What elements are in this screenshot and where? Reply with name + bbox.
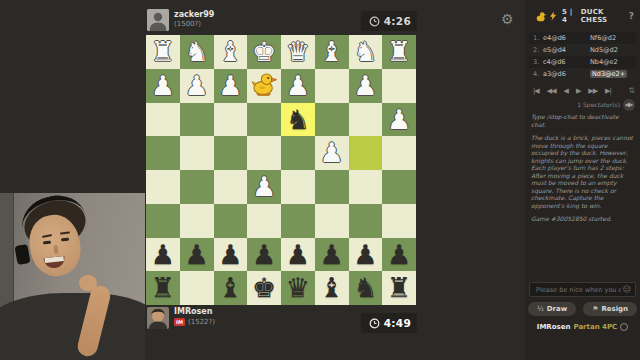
- black-knight: ♞: [286, 103, 310, 137]
- chat-messages: Type /stop-chat to deactivate chat.The d…: [531, 113, 635, 229]
- white-pawn: ♟: [387, 103, 411, 137]
- webcam-feed: [0, 193, 145, 360]
- streamer-hand: [79, 275, 97, 291]
- move-white[interactable]: a3@d6: [543, 70, 590, 78]
- black-pawn: ♟: [320, 238, 344, 272]
- white-bishop: ♝: [320, 35, 344, 69]
- flip-board-icon[interactable]: ⇅: [628, 86, 635, 95]
- move-number: 4.: [533, 70, 543, 78]
- square-b5[interactable]: [349, 170, 383, 204]
- duck-icon: [535, 10, 547, 23]
- bottom-player-clock: 4:49: [361, 313, 417, 333]
- emoji-smiley-icon[interactable]: ☺: [623, 285, 631, 294]
- top-player-clock: 4:26: [361, 11, 417, 31]
- chat-line: The duck is a brick, pieces cannot move …: [531, 134, 635, 209]
- headphones-earcup: [14, 244, 30, 265]
- square-b6[interactable]: [349, 204, 383, 238]
- eye-icon: [623, 99, 635, 111]
- square-h7[interactable]: ♟: [146, 238, 180, 272]
- square-g4[interactable]: [180, 136, 214, 170]
- white-pawn: ♟: [252, 170, 276, 204]
- square-f5[interactable]: [214, 170, 248, 204]
- move-white[interactable]: e5@d4: [543, 46, 590, 54]
- nav-back-button[interactable]: ◀: [564, 87, 568, 95]
- white-king: ♚: [252, 35, 276, 69]
- top-clock-time: 4:26: [384, 15, 411, 27]
- square-d4[interactable]: [281, 136, 315, 170]
- square-e6[interactable]: [247, 204, 281, 238]
- im-title-badge: IM: [174, 318, 185, 326]
- square-b1[interactable]: ♞: [349, 35, 383, 69]
- square-f2[interactable]: ♟: [214, 69, 248, 103]
- square-c3[interactable]: [315, 103, 349, 137]
- square-d1[interactable]: ♛: [281, 35, 315, 69]
- square-f7[interactable]: ♟: [214, 238, 248, 272]
- game-sidebar: 5 | 4 DUCK CHESS ? 1.e4@d6Nf6@d22.e5@d4N…: [525, 0, 640, 360]
- square-g1[interactable]: ♞: [180, 35, 214, 69]
- black-rook: ♜: [151, 271, 175, 305]
- square-g8[interactable]: [180, 271, 214, 305]
- black-pawn: ♟: [286, 238, 310, 272]
- game-actions: ½ Draw ⚑ Resign: [525, 302, 640, 317]
- black-rook: ♜: [387, 271, 411, 305]
- move-row: 4.a3@d6Nd3@e2+: [529, 68, 636, 80]
- move-black[interactable]: Nb4@e2: [590, 58, 618, 66]
- move-row: 3.c4@d6Nb4@e2: [529, 56, 636, 68]
- settings-gear-icon[interactable]: ⚙: [501, 12, 514, 26]
- square-d2[interactable]: ♟: [281, 69, 315, 103]
- square-c8[interactable]: ♝: [315, 271, 349, 305]
- square-h3[interactable]: [146, 103, 180, 137]
- square-e4[interactable]: [247, 136, 281, 170]
- lightning-bolt-icon: [550, 10, 557, 22]
- move-list: 1.e4@d6Nf6@d22.e5@d4Nd5@d23.c4@d6Nb4@e24…: [529, 32, 636, 80]
- chat-line: Type /stop-chat to deactivate chat.: [531, 113, 635, 128]
- resign-button[interactable]: ⚑ Resign: [583, 302, 637, 316]
- square-g6[interactable]: [180, 204, 214, 238]
- draw-button[interactable]: ½ Draw: [528, 302, 576, 316]
- white-pawn: ♟: [218, 69, 242, 103]
- square-g2[interactable]: ♟: [180, 69, 214, 103]
- move-nav: |◀◀◀◀▶▶▶▶|⇅: [533, 84, 635, 97]
- black-pawn: ♟: [151, 238, 175, 272]
- square-b4[interactable]: [349, 136, 383, 170]
- white-knight: ♞: [185, 35, 209, 69]
- white-bishop: ♝: [218, 35, 242, 69]
- square-f4[interactable]: [214, 136, 248, 170]
- square-e3[interactable]: [247, 103, 281, 137]
- top-player-rating: (1500?): [174, 20, 201, 28]
- resign-label: Resign: [601, 305, 628, 313]
- square-e1[interactable]: ♚: [247, 35, 281, 69]
- square-d7[interactable]: ♟: [281, 238, 315, 272]
- square-c5[interactable]: [315, 170, 349, 204]
- square-b8[interactable]: ♞: [349, 271, 383, 305]
- white-pawn: ♟: [286, 69, 310, 103]
- clock-icon: [369, 318, 380, 329]
- square-a2[interactable]: [382, 69, 416, 103]
- black-pawn: ♟: [252, 238, 276, 272]
- square-g7[interactable]: ♟: [180, 238, 214, 272]
- square-g3[interactable]: [180, 103, 214, 137]
- square-f8[interactable]: ♝: [214, 271, 248, 305]
- square-c6[interactable]: [315, 204, 349, 238]
- chat-input-wrap: ☺: [529, 282, 636, 297]
- nav-back-fast-button[interactable]: ◀◀: [547, 87, 556, 95]
- spectators[interactable]: 1 Spectator(s): [577, 98, 635, 111]
- bottom-player-name[interactable]: IMRosen: [174, 307, 212, 316]
- square-b3[interactable]: [349, 103, 383, 137]
- info-circle-icon[interactable]: [620, 323, 628, 331]
- sidebar-footer: IMRosen Partan 4PC: [525, 323, 640, 331]
- square-d3[interactable]: ♞: [281, 103, 315, 137]
- footer-text: Partan 4PC: [573, 323, 617, 331]
- duck-piece: [250, 70, 278, 102]
- black-knight: ♞: [353, 271, 377, 305]
- square-h8[interactable]: ♜: [146, 271, 180, 305]
- move-black[interactable]: Nf6@d2: [590, 34, 616, 42]
- photo-avatar-icon: [147, 307, 169, 329]
- move-black[interactable]: Nd3@e2+: [590, 70, 627, 78]
- square-h6[interactable]: [146, 204, 180, 238]
- square-b2[interactable]: ♟: [349, 69, 383, 103]
- square-h1[interactable]: ♜: [146, 35, 180, 69]
- avatar[interactable]: [147, 307, 169, 329]
- square-f1[interactable]: ♝: [214, 35, 248, 69]
- white-pawn: ♟: [185, 69, 209, 103]
- square-h4[interactable]: [146, 136, 180, 170]
- variant-name: DUCK CHESS: [581, 8, 626, 24]
- square-e8[interactable]: ♚: [247, 271, 281, 305]
- square-h2[interactable]: ♟: [146, 69, 180, 103]
- black-bishop: ♝: [320, 271, 344, 305]
- white-knight: ♞: [353, 35, 377, 69]
- square-e5[interactable]: ♟: [247, 170, 281, 204]
- move-black[interactable]: Nd5@d2: [590, 46, 618, 54]
- draw-half-icon: ½: [537, 305, 544, 313]
- white-pawn: ♟: [151, 69, 175, 103]
- white-rook: ♜: [387, 35, 411, 69]
- square-d5[interactable]: [281, 170, 315, 204]
- black-pawn: ♟: [218, 238, 242, 272]
- clock-icon: [369, 16, 380, 27]
- draw-label: Draw: [547, 305, 567, 313]
- square-a4[interactable]: [382, 136, 416, 170]
- move-number: 3.: [533, 58, 543, 66]
- square-c4[interactable]: ♟: [315, 136, 349, 170]
- move-number: 2.: [533, 46, 543, 54]
- move-white[interactable]: c4@d6: [543, 58, 590, 66]
- avatar[interactable]: [147, 9, 169, 31]
- nav-last-button[interactable]: ▶|: [605, 87, 611, 95]
- square-b7[interactable]: ♟: [349, 238, 383, 272]
- square-f6[interactable]: [214, 204, 248, 238]
- streamer-teeth: [44, 256, 63, 262]
- time-control: 5 | 4: [562, 8, 578, 24]
- square-e7[interactable]: ♟: [247, 238, 281, 272]
- square-a8[interactable]: ♜: [382, 271, 416, 305]
- nav-forward-fast-button[interactable]: ▶▶: [588, 87, 597, 95]
- square-a1[interactable]: ♜: [382, 35, 416, 69]
- square-d6[interactable]: [281, 204, 315, 238]
- move-white[interactable]: e4@d6: [543, 34, 590, 42]
- move-row: 1.e4@d6Nf6@d2: [529, 32, 636, 44]
- white-queen: ♛: [286, 35, 310, 69]
- square-d8[interactable]: ♛: [281, 271, 315, 305]
- square-h5[interactable]: [146, 170, 180, 204]
- square-a3[interactable]: ♟: [382, 103, 416, 137]
- resign-flag-icon: ⚑: [592, 305, 598, 313]
- square-c7[interactable]: ♟: [315, 238, 349, 272]
- help-icon[interactable]: ?: [629, 11, 634, 21]
- default-avatar-icon: [147, 9, 169, 31]
- chess-board: ♜♞♝♚♛♝♞♜♟♟♟♟♟♞♟♟♟♟♟♟♟♟♟♟♟♜♝♚♛♝♞♜: [146, 35, 416, 305]
- move-number: 1.: [533, 34, 543, 42]
- white-pawn: ♟: [320, 136, 344, 170]
- square-a7[interactable]: ♟: [382, 238, 416, 272]
- black-pawn: ♟: [185, 238, 209, 272]
- top-player-name[interactable]: zacker99: [174, 10, 214, 19]
- square-a6[interactable]: [382, 204, 416, 238]
- black-king: ♚: [252, 271, 276, 305]
- white-pawn: ♟: [353, 69, 377, 103]
- white-rook: ♜: [151, 35, 175, 69]
- move-row: 2.e5@d4Nd5@d2: [529, 44, 636, 56]
- black-pawn: ♟: [387, 238, 411, 272]
- chat-input[interactable]: [534, 285, 623, 295]
- black-pawn: ♟: [353, 238, 377, 272]
- square-c1[interactable]: ♝: [315, 35, 349, 69]
- nav-first-button[interactable]: |◀: [533, 87, 539, 95]
- square-a5[interactable]: [382, 170, 416, 204]
- square-f3[interactable]: [214, 103, 248, 137]
- nav-forward-button[interactable]: ▶: [576, 87, 580, 95]
- spectator-count: 1 Spectator(s): [577, 101, 620, 108]
- bottom-clock-time: 4:49: [384, 317, 411, 329]
- square-g5[interactable]: [180, 170, 214, 204]
- square-c2[interactable]: [315, 69, 349, 103]
- footer-username[interactable]: IMRosen: [537, 323, 571, 331]
- black-bishop: ♝: [218, 271, 242, 305]
- bottom-player-rating: (1522?): [188, 318, 215, 326]
- chat-line: Game #30052850 started.: [531, 215, 635, 223]
- black-queen: ♛: [286, 271, 310, 305]
- square-e2[interactable]: [247, 69, 281, 103]
- stream-screen: zacker99 (1500?) 4:26 ⚙ ♜♞♝♚♛♝♞♜♟♟♟♟♟♞♟♟…: [0, 0, 640, 360]
- sidebar-header: 5 | 4 DUCK CHESS ?: [535, 8, 634, 24]
- streamer-shirt: [0, 293, 145, 360]
